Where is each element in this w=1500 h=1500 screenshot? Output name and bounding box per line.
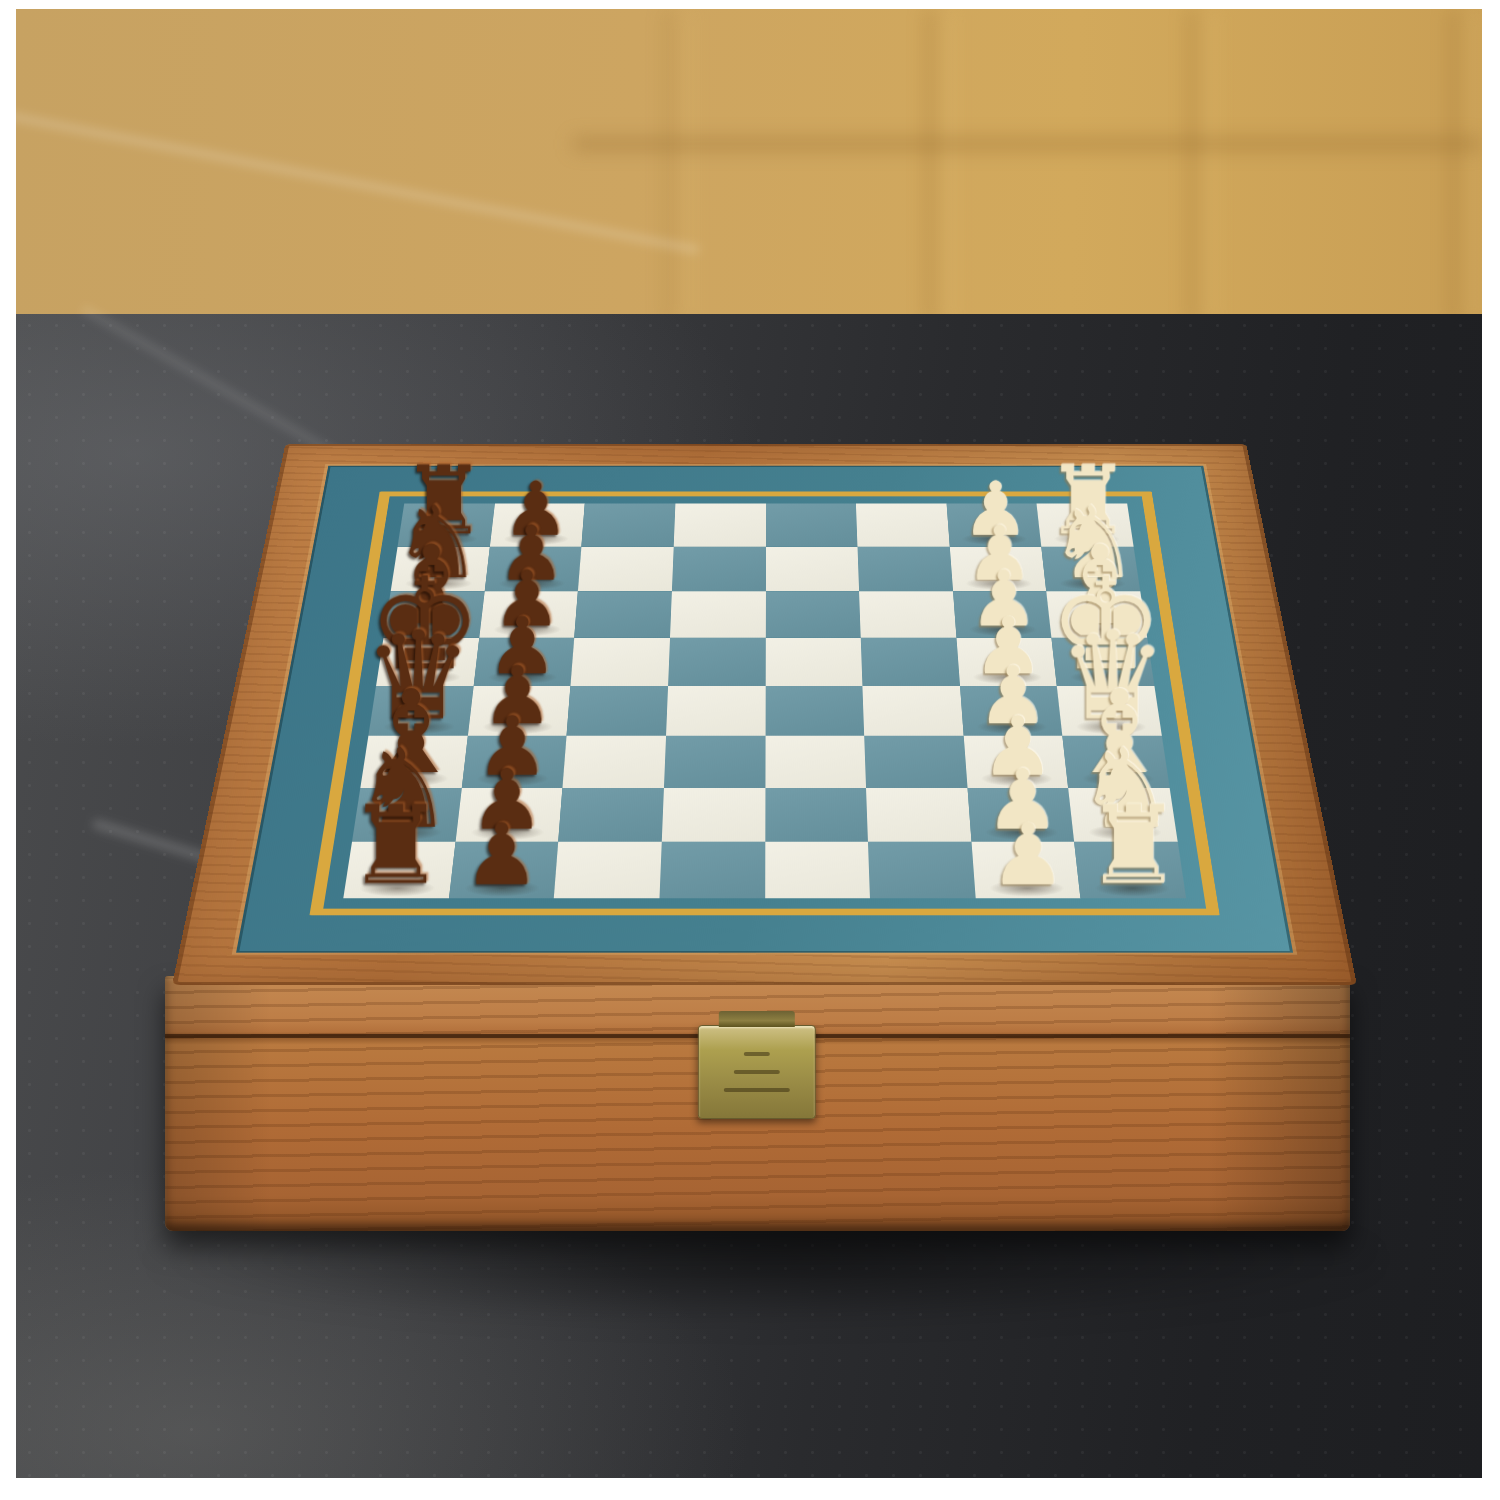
square xyxy=(574,591,671,637)
square xyxy=(765,547,859,592)
square xyxy=(861,638,960,686)
square xyxy=(558,788,663,842)
clasp-engraving xyxy=(723,1088,789,1092)
square xyxy=(856,504,950,547)
square xyxy=(674,504,766,547)
square xyxy=(567,686,668,736)
square xyxy=(858,547,953,592)
square xyxy=(765,591,860,637)
square xyxy=(571,638,670,686)
square xyxy=(662,788,765,842)
white-rook-piece: ♜ xyxy=(1085,795,1182,895)
square xyxy=(582,504,676,547)
board-3d-scene: ♜♟♟♜♞♟♟♞♝♟♟♝♚♟♟♚♛♟♟♛♝♟♟♝♞♟♟♞♜♟♟♜ xyxy=(172,9,1357,985)
square xyxy=(672,547,766,592)
square xyxy=(554,842,662,898)
square xyxy=(863,686,964,736)
chess-box-lid: ♜♟♟♜♞♟♟♞♝♟♟♝♚♟♟♚♛♟♟♛♝♟♟♝♞♟♟♞♜♟♟♜ xyxy=(172,444,1357,985)
square xyxy=(765,842,870,898)
product-photo: ♜♟♟♜♞♟♟♞♝♟♟♝♚♟♟♚♛♟♟♛♝♟♟♝♞♟♟♞♜♟♟♜ xyxy=(0,0,1500,1500)
square xyxy=(659,842,764,898)
square: ♜ xyxy=(1075,842,1187,898)
black-pawn-piece: ♟ xyxy=(463,817,539,895)
clasp-engraving xyxy=(743,1052,769,1056)
square: ♜ xyxy=(343,842,455,898)
brass-clasp xyxy=(697,1025,815,1119)
chess-box-front xyxy=(165,976,1350,1231)
square: ♟ xyxy=(449,842,559,898)
square xyxy=(668,638,765,686)
clasp-engraving xyxy=(733,1070,779,1074)
square xyxy=(664,736,765,788)
square xyxy=(765,686,864,736)
square xyxy=(866,788,971,842)
clasp-hinge xyxy=(718,1011,794,1027)
square xyxy=(670,591,766,637)
square xyxy=(765,788,868,842)
square xyxy=(868,842,975,898)
square xyxy=(563,736,666,788)
square xyxy=(766,504,858,547)
square xyxy=(666,686,765,736)
square xyxy=(765,638,862,686)
photo-area: ♜♟♟♜♞♟♟♞♝♟♟♝♚♟♟♚♛♟♟♛♝♟♟♝♞♟♟♞♜♟♟♜ xyxy=(16,9,1482,1478)
square xyxy=(765,736,866,788)
square: ♟ xyxy=(971,842,1080,898)
square xyxy=(859,591,956,637)
black-rook-piece: ♜ xyxy=(348,795,445,895)
square xyxy=(578,547,674,592)
square xyxy=(864,736,967,788)
white-pawn-piece: ♟ xyxy=(990,817,1066,895)
chess-board: ♜♟♟♜♞♟♟♞♝♟♟♝♚♟♟♚♛♟♟♛♝♟♟♝♞♟♟♞♜♟♟♜ xyxy=(343,504,1186,899)
